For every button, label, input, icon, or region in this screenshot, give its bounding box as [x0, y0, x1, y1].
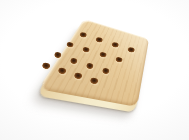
hole-r3c3[interactable] [86, 62, 94, 69]
hole-r1c4[interactable] [127, 47, 134, 53]
hole-r2c1[interactable] [66, 42, 74, 49]
hole-r2c3[interactable] [99, 52, 107, 59]
hole-r2c4[interactable] [115, 57, 123, 64]
hole-r4c3[interactable] [74, 72, 83, 80]
hole-r1c1[interactable] [79, 32, 86, 38]
peg-hole-grid [0, 0, 189, 140]
hole-r1c2[interactable] [95, 37, 102, 43]
hole-r4c4[interactable] [90, 77, 99, 85]
hole-r1c3[interactable] [111, 42, 118, 48]
hole-r2c2[interactable] [82, 47, 90, 54]
hole-r4c2[interactable] [58, 67, 67, 75]
hole-r3c4[interactable] [102, 67, 110, 74]
hole-r4c1[interactable] [42, 62, 51, 70]
photo-backdrop [0, 0, 189, 140]
hole-r3c1[interactable] [54, 52, 62, 59]
hole-r3c2[interactable] [70, 57, 78, 64]
